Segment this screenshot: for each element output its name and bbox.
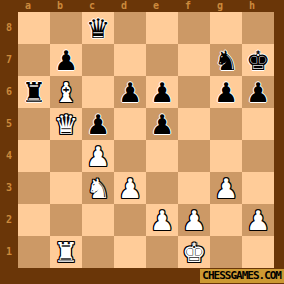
square-e3 — [146, 172, 178, 204]
square-h5 — [242, 108, 274, 140]
square-b2 — [50, 204, 82, 236]
square-h6: ♟ — [242, 76, 274, 108]
square-c1 — [82, 236, 114, 268]
rank-label-1: 1 — [0, 236, 18, 268]
white-pawn-e2: ♟ — [146, 204, 178, 236]
square-d7 — [114, 44, 146, 76]
rank-label-3: 3 — [0, 172, 18, 204]
rank-label-4: 4 — [0, 140, 18, 172]
black-pawn-h6: ♟ — [242, 76, 274, 108]
square-d6: ♟ — [114, 76, 146, 108]
square-e7 — [146, 44, 178, 76]
square-g6: ♟ — [210, 76, 242, 108]
rank-label-7: 7 — [0, 44, 18, 76]
file-label-a: a — [22, 0, 34, 12]
square-b5: ♛ — [50, 108, 82, 140]
black-queen-c8: ♛ — [82, 12, 114, 44]
square-d5 — [114, 108, 146, 140]
square-g4 — [210, 140, 242, 172]
file-label-e: e — [150, 0, 162, 12]
rank-label-5: 5 — [0, 108, 18, 140]
rank-label-8: 8 — [0, 12, 18, 44]
white-rook-b1: ♜ — [50, 236, 82, 268]
square-e4 — [146, 140, 178, 172]
square-g1 — [210, 236, 242, 268]
square-c8: ♛ — [82, 12, 114, 44]
black-king-h7: ♚ — [242, 44, 274, 76]
square-e8 — [146, 12, 178, 44]
square-f2: ♟ — [178, 204, 210, 236]
square-e1 — [146, 236, 178, 268]
square-c4: ♟ — [82, 140, 114, 172]
black-pawn-d6: ♟ — [114, 76, 146, 108]
square-g5 — [210, 108, 242, 140]
white-pawn-f2: ♟ — [178, 204, 210, 236]
square-f8 — [178, 12, 210, 44]
white-queen-b5: ♛ — [50, 108, 82, 140]
square-f5 — [178, 108, 210, 140]
square-h4 — [242, 140, 274, 172]
white-pawn-g3: ♟ — [210, 172, 242, 204]
rank-label-6: 6 — [0, 76, 18, 108]
square-g3: ♟ — [210, 172, 242, 204]
square-f3 — [178, 172, 210, 204]
file-label-b: b — [54, 0, 66, 12]
square-e5: ♟ — [146, 108, 178, 140]
square-g7: ♞ — [210, 44, 242, 76]
square-h1 — [242, 236, 274, 268]
black-rook-a6: ♜ — [18, 76, 50, 108]
white-pawn-h2: ♟ — [242, 204, 274, 236]
black-knight-g7: ♞ — [210, 44, 242, 76]
white-pawn-c4: ♟ — [82, 140, 114, 172]
square-g2 — [210, 204, 242, 236]
file-label-d: d — [118, 0, 130, 12]
square-d3: ♟ — [114, 172, 146, 204]
square-f6 — [178, 76, 210, 108]
square-b7: ♟ — [50, 44, 82, 76]
white-knight-c3: ♞ — [82, 172, 114, 204]
square-a3 — [18, 172, 50, 204]
square-b4 — [50, 140, 82, 172]
square-c2 — [82, 204, 114, 236]
white-bishop-b6: ♝ — [50, 76, 82, 108]
square-h2: ♟ — [242, 204, 274, 236]
square-e6: ♟ — [146, 76, 178, 108]
square-b1: ♜ — [50, 236, 82, 268]
square-a7 — [18, 44, 50, 76]
chess-diagram: ♛♟♞♚♜♝♟♟♟♟♛♟♟♟♞♟♟♟♟♟♜♚ abcdefgh87654321 … — [0, 0, 284, 284]
square-h3 — [242, 172, 274, 204]
black-pawn-g6: ♟ — [210, 76, 242, 108]
square-a1 — [18, 236, 50, 268]
square-b6: ♝ — [50, 76, 82, 108]
chessgames-watermark: CHESSGAMES.COM — [200, 269, 284, 283]
square-f4 — [178, 140, 210, 172]
square-b3 — [50, 172, 82, 204]
square-a2 — [18, 204, 50, 236]
square-f1: ♚ — [178, 236, 210, 268]
file-label-f: f — [182, 0, 194, 12]
square-d4 — [114, 140, 146, 172]
square-h7: ♚ — [242, 44, 274, 76]
rank-label-2: 2 — [0, 204, 18, 236]
white-pawn-d3: ♟ — [114, 172, 146, 204]
square-a4 — [18, 140, 50, 172]
black-pawn-b7: ♟ — [50, 44, 82, 76]
square-b8 — [50, 12, 82, 44]
square-d1 — [114, 236, 146, 268]
square-d2 — [114, 204, 146, 236]
square-c3: ♞ — [82, 172, 114, 204]
chess-board: ♛♟♞♚♜♝♟♟♟♟♛♟♟♟♞♟♟♟♟♟♜♚ — [18, 12, 274, 268]
square-c6 — [82, 76, 114, 108]
square-a5 — [18, 108, 50, 140]
square-a8 — [18, 12, 50, 44]
square-g8 — [210, 12, 242, 44]
black-pawn-e5: ♟ — [146, 108, 178, 140]
file-label-c: c — [86, 0, 98, 12]
black-pawn-c5: ♟ — [82, 108, 114, 140]
square-c7 — [82, 44, 114, 76]
black-pawn-e6: ♟ — [146, 76, 178, 108]
square-d8 — [114, 12, 146, 44]
file-label-h: h — [246, 0, 258, 12]
white-king-f1: ♚ — [178, 236, 210, 268]
square-h8 — [242, 12, 274, 44]
square-a6: ♜ — [18, 76, 50, 108]
square-c5: ♟ — [82, 108, 114, 140]
square-e2: ♟ — [146, 204, 178, 236]
file-label-g: g — [214, 0, 226, 12]
square-f7 — [178, 44, 210, 76]
